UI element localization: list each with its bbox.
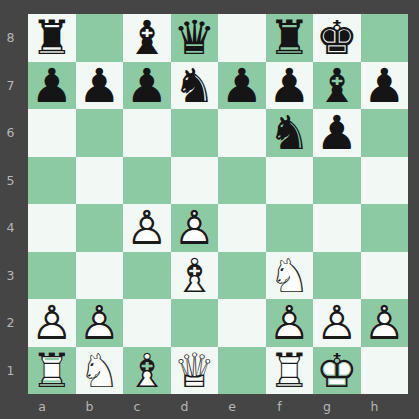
black-pawn-piece[interactable]: ♟: [361, 62, 409, 110]
square-a5[interactable]: [28, 157, 76, 205]
rank-label-4: 4: [0, 204, 21, 252]
square-g4[interactable]: [313, 204, 361, 252]
piece-glyph: ♔: [316, 347, 358, 394]
black-rook-piece[interactable]: ♜: [266, 14, 314, 62]
black-knight-piece[interactable]: ♞: [266, 109, 314, 157]
square-b6[interactable]: [76, 109, 124, 157]
rank-label-8: 8: [0, 14, 21, 62]
rank-label-6: 6: [0, 109, 21, 157]
white-pawn-piece[interactable]: ♟♙: [123, 204, 171, 252]
piece-glyph: ♚: [316, 14, 358, 61]
piece-glyph: ♕: [173, 347, 215, 394]
black-bishop-piece[interactable]: ♝: [313, 62, 361, 110]
square-b5[interactable]: [76, 157, 124, 205]
file-label-e: e: [217, 395, 247, 418]
square-f6[interactable]: ♞: [266, 109, 314, 157]
file-label-h: h: [360, 395, 390, 418]
square-h8[interactable]: [361, 14, 409, 62]
square-g6[interactable]: ♟: [313, 109, 361, 157]
rank-label-1: 1: [0, 347, 21, 395]
square-c2[interactable]: [123, 299, 171, 347]
square-e7[interactable]: ♟: [218, 62, 266, 110]
black-rook-piece[interactable]: ♜: [28, 14, 76, 62]
square-d1[interactable]: ♛♕: [171, 347, 219, 395]
piece-glyph: ♟: [78, 62, 120, 109]
piece-glyph: ♙: [173, 204, 215, 251]
white-pawn-piece[interactable]: ♟♙: [313, 299, 361, 347]
rank-label-7: 7: [0, 62, 21, 110]
square-a2[interactable]: ♟♙: [28, 299, 76, 347]
square-f4[interactable]: [266, 204, 314, 252]
square-g3[interactable]: [313, 252, 361, 300]
file-label-a: a: [27, 395, 57, 418]
square-h3[interactable]: [361, 252, 409, 300]
black-pawn-piece[interactable]: ♟: [28, 62, 76, 110]
square-b7[interactable]: ♟: [76, 62, 124, 110]
square-h6[interactable]: [361, 109, 409, 157]
white-pawn-piece[interactable]: ♟♙: [171, 204, 219, 252]
square-h5[interactable]: [361, 157, 409, 205]
white-pawn-piece[interactable]: ♟♙: [266, 299, 314, 347]
square-c4[interactable]: ♟♙: [123, 204, 171, 252]
square-e8[interactable]: [218, 14, 266, 62]
chess-board: ♜♝♛♜♚♟♟♟♞♟♟♝♟♞♟♟♙♟♙♝♗♞♘♟♙♟♙♟♙♟♙♟♙♜♖♞♘♝♗♛…: [28, 14, 408, 394]
white-queen-piece[interactable]: ♛♕: [171, 347, 219, 395]
square-h1[interactable]: [361, 347, 409, 395]
white-king-piece[interactable]: ♚♔: [313, 347, 361, 395]
white-rook-piece[interactable]: ♜♖: [266, 347, 314, 395]
black-pawn-piece[interactable]: ♟: [218, 62, 266, 110]
square-f1[interactable]: ♜♖: [266, 347, 314, 395]
square-f5[interactable]: [266, 157, 314, 205]
piece-glyph: ♞: [173, 62, 215, 109]
square-c3[interactable]: [123, 252, 171, 300]
square-a4[interactable]: [28, 204, 76, 252]
square-b8[interactable]: [76, 14, 124, 62]
square-h2[interactable]: ♟♙: [361, 299, 409, 347]
square-g8[interactable]: ♚: [313, 14, 361, 62]
piece-glyph: ♛: [173, 14, 215, 61]
square-h7[interactable]: ♟: [361, 62, 409, 110]
square-a7[interactable]: ♟: [28, 62, 76, 110]
piece-glyph: ♙: [31, 299, 73, 346]
square-e6[interactable]: [218, 109, 266, 157]
square-g2[interactable]: ♟♙: [313, 299, 361, 347]
white-pawn-piece[interactable]: ♟♙: [361, 299, 409, 347]
square-e4[interactable]: [218, 204, 266, 252]
square-f8[interactable]: ♜: [266, 14, 314, 62]
square-h4[interactable]: [361, 204, 409, 252]
square-b1[interactable]: ♞♘: [76, 347, 124, 395]
white-pawn-piece[interactable]: ♟♙: [76, 299, 124, 347]
file-label-d: d: [170, 395, 200, 418]
square-f3[interactable]: ♞♘: [266, 252, 314, 300]
white-bishop-piece[interactable]: ♝♗: [123, 347, 171, 395]
white-pawn-piece[interactable]: ♟♙: [28, 299, 76, 347]
piece-glyph: ♘: [78, 347, 120, 394]
black-pawn-piece[interactable]: ♟: [76, 62, 124, 110]
square-b2[interactable]: ♟♙: [76, 299, 124, 347]
file-label-c: c: [122, 395, 152, 418]
black-king-piece[interactable]: ♚: [313, 14, 361, 62]
square-d3[interactable]: ♝♗: [171, 252, 219, 300]
piece-glyph: ♘: [268, 252, 310, 299]
piece-glyph: ♟: [126, 62, 168, 109]
piece-glyph: ♝: [316, 62, 358, 109]
file-label-b: b: [75, 395, 105, 418]
piece-glyph: ♟: [363, 62, 405, 109]
white-knight-piece[interactable]: ♞♘: [76, 347, 124, 395]
square-c8[interactable]: ♝: [123, 14, 171, 62]
piece-glyph: ♙: [316, 299, 358, 346]
square-c6[interactable]: [123, 109, 171, 157]
square-e1[interactable]: [218, 347, 266, 395]
square-b4[interactable]: [76, 204, 124, 252]
piece-glyph: ♟: [268, 62, 310, 109]
square-e2[interactable]: [218, 299, 266, 347]
square-a3[interactable]: [28, 252, 76, 300]
square-f2[interactable]: ♟♙: [266, 299, 314, 347]
piece-glyph: ♙: [126, 204, 168, 251]
black-bishop-piece[interactable]: ♝: [123, 14, 171, 62]
piece-glyph: ♗: [173, 252, 215, 299]
rank-label-2: 2: [0, 299, 21, 347]
piece-glyph: ♞: [268, 109, 310, 156]
black-queen-piece[interactable]: ♛: [171, 14, 219, 62]
square-d7[interactable]: ♞: [171, 62, 219, 110]
piece-glyph: ♟: [31, 62, 73, 109]
square-a8[interactable]: ♜: [28, 14, 76, 62]
piece-glyph: ♖: [268, 347, 310, 394]
square-d4[interactable]: ♟♙: [171, 204, 219, 252]
black-knight-piece[interactable]: ♞: [171, 62, 219, 110]
white-knight-piece[interactable]: ♞♘: [266, 252, 314, 300]
square-g5[interactable]: [313, 157, 361, 205]
piece-glyph: ♗: [126, 347, 168, 394]
piece-glyph: ♖: [31, 347, 73, 394]
rank-label-5: 5: [0, 157, 21, 205]
piece-glyph: ♟: [316, 109, 358, 156]
chess-board-app: ♜♝♛♜♚♟♟♟♞♟♟♝♟♞♟♟♙♟♙♝♗♞♘♟♙♟♙♟♙♟♙♟♙♜♖♞♘♝♗♛…: [0, 0, 419, 419]
square-e3[interactable]: [218, 252, 266, 300]
square-d6[interactable]: [171, 109, 219, 157]
file-label-f: f: [265, 395, 295, 418]
file-label-g: g: [312, 395, 342, 418]
square-c7[interactable]: ♟: [123, 62, 171, 110]
square-c5[interactable]: [123, 157, 171, 205]
square-d5[interactable]: [171, 157, 219, 205]
white-bishop-piece[interactable]: ♝♗: [171, 252, 219, 300]
square-d2[interactable]: [171, 299, 219, 347]
square-d8[interactable]: ♛: [171, 14, 219, 62]
square-a1[interactable]: ♜♖: [28, 347, 76, 395]
square-g7[interactable]: ♝: [313, 62, 361, 110]
square-a6[interactable]: [28, 109, 76, 157]
black-pawn-piece[interactable]: ♟: [123, 62, 171, 110]
piece-glyph: ♝: [126, 14, 168, 61]
rank-label-3: 3: [0, 252, 21, 300]
piece-glyph: ♜: [31, 14, 73, 61]
piece-glyph: ♜: [268, 14, 310, 61]
black-pawn-piece[interactable]: ♟: [266, 62, 314, 110]
square-c1[interactable]: ♝♗: [123, 347, 171, 395]
piece-glyph: ♟: [221, 62, 263, 109]
square-g1[interactable]: ♚♔: [313, 347, 361, 395]
square-b3[interactable]: [76, 252, 124, 300]
piece-glyph: ♙: [78, 299, 120, 346]
square-f7[interactable]: ♟: [266, 62, 314, 110]
piece-glyph: ♙: [268, 299, 310, 346]
white-rook-piece[interactable]: ♜♖: [28, 347, 76, 395]
piece-glyph: ♙: [363, 299, 405, 346]
black-pawn-piece[interactable]: ♟: [313, 109, 361, 157]
square-e5[interactable]: [218, 157, 266, 205]
